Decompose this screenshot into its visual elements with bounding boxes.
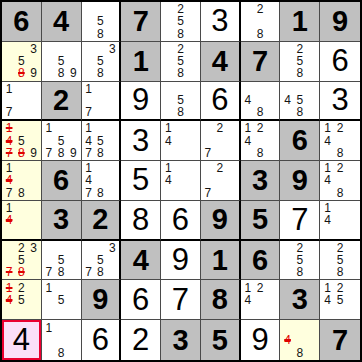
cell-r4c1[interactable]: 145789	[2, 121, 42, 161]
empty-mark-slot	[214, 187, 226, 199]
eliminated-candidate-4: 4	[3, 135, 15, 147]
cell-r6c6[interactable]: 9	[201, 201, 241, 241]
candidate-9: 9	[67, 147, 79, 159]
eliminated-candidate-8: 8	[15, 147, 27, 159]
given-digit: 2	[42, 82, 81, 120]
candidate-8: 8	[94, 28, 106, 40]
cell-r6c3[interactable]: 2	[82, 201, 122, 241]
cell-r6c7[interactable]: 5	[241, 201, 281, 241]
cell-r1c6[interactable]: 3	[201, 2, 241, 42]
empty-mark-slot	[254, 135, 266, 147]
empty-mark-slot	[94, 122, 106, 134]
empty-mark-slot	[321, 242, 334, 254]
empty-mark-slot	[306, 106, 318, 118]
empty-mark-slot	[106, 266, 118, 278]
empty-mark-slot	[3, 226, 15, 238]
entered-digit: 9	[241, 320, 280, 360]
empty-mark-slot	[83, 28, 95, 40]
empty-mark-slot	[266, 3, 278, 15]
given-digit: 9	[320, 2, 360, 41]
candidate-4: 4	[321, 174, 334, 186]
cell-r5c7[interactable]: 3	[241, 161, 281, 201]
cell-r2c9[interactable]: 6	[320, 42, 360, 82]
empty-mark-slot	[346, 122, 359, 134]
cell-r8c8[interactable]: 3	[280, 280, 320, 320]
empty-mark-slot	[28, 281, 40, 293]
empty-mark-slot	[346, 202, 359, 214]
cell-r4c7[interactable]: 1248	[241, 121, 281, 161]
entered-digit: 3	[201, 2, 239, 41]
empty-mark-slot	[334, 174, 347, 186]
candidate-8: 8	[334, 147, 347, 159]
given-digit: 4	[201, 42, 239, 81]
empty-mark-slot	[254, 15, 266, 27]
cell-r4c6[interactable]: 27	[201, 121, 241, 161]
pencil-marks: 258	[280, 241, 319, 280]
empty-mark-slot	[28, 135, 40, 147]
candidate-2: 2	[254, 281, 266, 293]
empty-mark-slot	[162, 15, 174, 27]
cell-r3c6[interactable]: 6	[201, 82, 241, 122]
cell-r9c3[interactable]: 6	[82, 320, 122, 360]
cell-r2c4[interactable]: 1	[121, 42, 161, 82]
empty-mark-slot	[43, 43, 55, 55]
empty-mark-slot	[187, 55, 199, 67]
pencil-marks: 17	[2, 82, 41, 120]
candidate-8: 8	[94, 187, 106, 199]
candidate-7: 7	[83, 187, 95, 199]
entered-digit: 3	[320, 82, 360, 120]
entered-digit: 6	[82, 320, 120, 360]
empty-mark-slot	[214, 135, 226, 147]
empty-mark-slot	[242, 15, 254, 27]
empty-mark-slot	[346, 266, 359, 278]
empty-mark-slot	[202, 162, 214, 174]
cell-r8c4[interactable]: 6	[121, 280, 161, 320]
pencil-marks: 3589	[2, 42, 41, 81]
empty-mark-slot	[15, 214, 27, 226]
given-digit: 8	[201, 280, 239, 319]
cell-r1c7[interactable]: 28	[241, 2, 281, 42]
empty-mark-slot	[28, 83, 40, 95]
empty-mark-slot	[187, 162, 199, 174]
cell-r7c7[interactable]: 6	[241, 241, 281, 281]
candidate-1: 1	[242, 281, 254, 293]
empty-mark-slot	[266, 94, 278, 106]
pencil-marks: 48	[280, 320, 319, 360]
cell-r1c8[interactable]: 1	[280, 2, 320, 42]
candidate-4: 4	[321, 135, 334, 147]
empty-mark-slot	[3, 55, 15, 67]
eliminated-candidate-7: 7	[3, 266, 15, 278]
empty-mark-slot	[187, 43, 199, 55]
empty-mark-slot	[266, 147, 278, 159]
candidate-2: 2	[334, 162, 347, 174]
cell-r9c8[interactable]: 48	[280, 320, 320, 360]
empty-mark-slot	[294, 334, 306, 347]
empty-mark-slot	[306, 334, 318, 347]
cell-r7c2[interactable]: 578	[42, 241, 82, 281]
candidate-5: 5	[94, 15, 106, 27]
cell-r8c7[interactable]: 124	[241, 280, 281, 320]
empty-mark-slot	[43, 135, 55, 147]
candidate-8: 8	[174, 67, 186, 79]
empty-mark-slot	[94, 162, 106, 174]
entered-digit: 6	[121, 280, 160, 319]
empty-mark-slot	[67, 135, 79, 147]
empty-mark-slot	[106, 95, 118, 107]
cell-r5c3[interactable]: 1478	[82, 161, 122, 201]
empty-mark-slot	[226, 135, 238, 147]
cell-r3c8[interactable]: 458	[280, 82, 320, 122]
cell-r7c5[interactable]: 9	[161, 241, 201, 281]
pencil-marks: 458	[280, 82, 319, 120]
cell-r9c2[interactable]: 18	[42, 320, 82, 360]
pencil-marks: 1245	[320, 280, 360, 319]
candidate-1: 1	[162, 122, 174, 134]
entered-digit: 7	[161, 280, 200, 319]
cell-r8c2[interactable]: 15	[42, 280, 82, 320]
cell-r7c8[interactable]: 258	[280, 241, 320, 281]
candidate-8: 8	[254, 28, 266, 40]
empty-mark-slot	[28, 162, 40, 174]
cell-r4c3[interactable]: 14578	[82, 121, 122, 161]
empty-mark-slot	[281, 55, 293, 67]
entered-digit: 7	[280, 201, 319, 239]
empty-mark-slot	[187, 106, 199, 118]
cell-r3c1[interactable]: 17	[2, 82, 42, 122]
pencil-marks: 578	[42, 241, 81, 280]
cell-r2c3[interactable]: 358	[82, 42, 122, 82]
given-digit: 3	[241, 161, 280, 200]
candidate-5: 5	[55, 294, 67, 306]
empty-mark-slot	[67, 346, 79, 359]
empty-mark-slot	[242, 3, 254, 15]
empty-mark-slot	[162, 55, 174, 67]
candidate-9: 9	[28, 147, 40, 159]
given-digit: 6	[280, 121, 319, 160]
eliminated-candidate-8: 8	[15, 266, 27, 278]
cell-r6c1[interactable]: 14	[2, 201, 42, 241]
cell-r8c6[interactable]: 8	[201, 280, 241, 320]
cell-r5c9[interactable]: 1248	[320, 161, 360, 201]
empty-mark-slot	[28, 306, 40, 318]
empty-mark-slot	[162, 187, 174, 199]
candidate-3: 3	[28, 242, 40, 254]
empty-mark-slot	[226, 187, 238, 199]
empty-mark-slot	[162, 3, 174, 15]
empty-mark-slot	[3, 242, 15, 254]
candidate-1: 1	[43, 321, 55, 334]
candidate-7: 7	[3, 187, 15, 199]
empty-mark-slot	[306, 254, 318, 266]
pencil-marks: 27	[201, 121, 239, 160]
empty-mark-slot	[306, 346, 318, 359]
sudoku-board: 6458725832819358958935812584725861721795…	[0, 0, 362, 362]
empty-mark-slot	[266, 15, 278, 27]
cell-r2c2[interactable]: 589	[42, 42, 82, 82]
empty-mark-slot	[187, 83, 199, 95]
empty-mark-slot	[266, 294, 278, 306]
cell-r7c4[interactable]: 4	[121, 241, 161, 281]
entered-digit: 2	[121, 320, 160, 360]
empty-mark-slot	[294, 321, 306, 334]
cell-r9c7[interactable]: 9	[241, 320, 281, 360]
pencil-marks: 15789	[42, 121, 81, 160]
empty-mark-slot	[28, 174, 40, 186]
empty-mark-slot	[306, 321, 318, 334]
empty-mark-slot	[226, 122, 238, 134]
candidate-3: 3	[106, 242, 118, 254]
pencil-marks: 58	[161, 82, 200, 120]
candidate-1: 1	[83, 83, 95, 95]
candidate-8: 8	[254, 147, 266, 159]
empty-mark-slot	[346, 147, 359, 159]
empty-mark-slot	[226, 174, 238, 186]
cell-r3c9[interactable]: 3	[320, 82, 360, 122]
entered-digit: 8	[121, 201, 160, 239]
cell-r4c4[interactable]: 3	[121, 121, 161, 161]
empty-mark-slot	[174, 162, 186, 174]
empty-mark-slot	[214, 174, 226, 186]
pencil-marks: 124	[241, 280, 280, 319]
cell-r1c3[interactable]: 58	[82, 2, 122, 42]
cell-r6c4[interactable]: 8	[121, 201, 161, 241]
pencil-marks: 1248	[241, 121, 280, 160]
given-digit: 6	[2, 2, 41, 41]
empty-mark-slot	[106, 3, 118, 15]
candidate-4: 4	[321, 294, 334, 306]
candidate-7: 7	[202, 187, 214, 199]
pencil-marks: 145789	[2, 121, 41, 160]
empty-mark-slot	[242, 147, 254, 159]
given-digit: 7	[121, 2, 160, 41]
candidate-5: 5	[15, 135, 27, 147]
cell-r1c4[interactable]: 7	[121, 2, 161, 42]
empty-mark-slot	[281, 43, 293, 55]
empty-mark-slot	[106, 83, 118, 95]
empty-mark-slot	[106, 162, 118, 174]
candidate-4: 4	[242, 94, 254, 106]
given-digit: 1	[201, 241, 239, 280]
eliminated-candidate-4: 4	[3, 294, 15, 306]
cell-r5c6[interactable]: 27	[201, 161, 241, 201]
empty-mark-slot	[214, 147, 226, 159]
empty-mark-slot	[67, 254, 79, 266]
cell-r2c7[interactable]: 7	[241, 42, 281, 82]
cell-r6c8[interactable]: 7	[280, 201, 320, 241]
empty-mark-slot	[106, 28, 118, 40]
empty-mark-slot	[266, 106, 278, 118]
candidate-4: 4	[162, 174, 174, 186]
cell-r3c7[interactable]: 48	[241, 82, 281, 122]
candidate-5: 5	[94, 135, 106, 147]
cell-r8c5[interactable]: 7	[161, 280, 201, 320]
empty-mark-slot	[266, 281, 278, 293]
pencil-marks: 15	[42, 280, 81, 319]
cell-r4c5[interactable]: 14	[161, 121, 201, 161]
cell-r3c3[interactable]: 17	[82, 82, 122, 122]
cell-r5c2[interactable]: 6	[42, 161, 82, 201]
pencil-marks: 358	[82, 42, 120, 81]
cell-r9c4[interactable]: 2	[121, 320, 161, 360]
cell-r2c6[interactable]: 4	[201, 42, 241, 82]
empty-mark-slot	[67, 321, 79, 334]
cell-r5c8[interactable]: 9	[280, 161, 320, 201]
empty-mark-slot	[55, 334, 67, 347]
empty-mark-slot	[55, 321, 67, 334]
empty-mark-slot	[187, 94, 199, 106]
empty-mark-slot	[346, 226, 359, 238]
candidate-1: 1	[43, 122, 55, 134]
cell-r9c5[interactable]: 3	[161, 320, 201, 360]
cell-r9c6[interactable]: 5	[201, 320, 241, 360]
candidate-8: 8	[174, 106, 186, 118]
pencil-marks: 258	[320, 241, 360, 280]
candidate-2: 2	[334, 281, 347, 293]
cell-r5c5[interactable]: 14	[161, 161, 201, 201]
empty-mark-slot	[174, 174, 186, 186]
empty-mark-slot	[321, 266, 334, 278]
empty-mark-slot	[162, 83, 174, 95]
cell-r2c5[interactable]: 258	[161, 42, 201, 82]
empty-mark-slot	[106, 187, 118, 199]
empty-mark-slot	[334, 306, 347, 318]
cell-r2c8[interactable]: 258	[280, 42, 320, 82]
empty-mark-slot	[162, 106, 174, 118]
empty-mark-slot	[321, 226, 334, 238]
empty-mark-slot	[306, 94, 318, 106]
cell-r6c9[interactable]: 14	[320, 201, 360, 241]
cell-r4c2[interactable]: 15789	[42, 121, 82, 161]
given-digit: 3	[161, 320, 200, 360]
cell-r3c4[interactable]: 9	[121, 82, 161, 122]
given-digit: 9	[280, 161, 319, 200]
given-digit: 9	[82, 280, 120, 319]
empty-mark-slot	[106, 122, 118, 134]
candidate-8: 8	[55, 147, 67, 159]
cell-r1c9[interactable]: 9	[320, 2, 360, 42]
empty-mark-slot	[162, 94, 174, 106]
empty-mark-slot	[202, 122, 214, 134]
cell-r6c5[interactable]: 6	[161, 201, 201, 241]
empty-mark-slot	[28, 226, 40, 238]
empty-mark-slot	[321, 306, 334, 318]
candidate-3: 3	[28, 43, 40, 55]
given-digit: 1	[280, 2, 319, 41]
empty-mark-slot	[174, 135, 186, 147]
empty-mark-slot	[106, 254, 118, 266]
cell-r5c4[interactable]: 5	[121, 161, 161, 201]
empty-mark-slot	[346, 214, 359, 226]
pencil-marks: 48	[241, 82, 280, 120]
cell-r4c9[interactable]: 1248	[320, 121, 360, 161]
cell-r2c1[interactable]: 3589	[2, 42, 42, 82]
given-digit: 9	[201, 201, 239, 239]
given-digit: 5	[241, 201, 280, 239]
empty-mark-slot	[281, 106, 293, 118]
empty-mark-slot	[67, 334, 79, 347]
candidate-1: 1	[321, 281, 334, 293]
cell-r3c5[interactable]: 58	[161, 82, 201, 122]
cell-r1c5[interactable]: 258	[161, 2, 201, 42]
empty-mark-slot	[174, 122, 186, 134]
candidate-8: 8	[334, 187, 347, 199]
cell-r7c3[interactable]: 3578	[82, 241, 122, 281]
pencil-marks: 1478	[82, 161, 120, 200]
empty-mark-slot	[15, 95, 27, 107]
candidate-5: 5	[55, 135, 67, 147]
candidate-4: 4	[83, 174, 95, 186]
candidate-2: 2	[334, 122, 347, 134]
empty-mark-slot	[83, 242, 95, 254]
candidate-2: 2	[254, 3, 266, 15]
empty-mark-slot	[94, 106, 106, 118]
entered-digit: 6	[161, 201, 200, 239]
cell-r3c2[interactable]: 2	[42, 82, 82, 122]
empty-mark-slot	[83, 55, 95, 67]
cell-r8c3[interactable]: 9	[82, 280, 122, 320]
cell-r1c1[interactable]: 6	[2, 2, 42, 42]
empty-mark-slot	[43, 242, 55, 254]
pencil-marks: 14	[161, 161, 200, 200]
empty-mark-slot	[28, 254, 40, 266]
cell-r7c9[interactable]: 258	[320, 241, 360, 281]
cell-r6c2[interactable]: 3	[42, 201, 82, 241]
pencil-marks: 14578	[82, 121, 120, 160]
candidate-7: 7	[3, 106, 15, 118]
cell-r7c6[interactable]: 1	[201, 241, 241, 281]
candidate-8: 8	[254, 106, 266, 118]
cell-r1c2[interactable]: 4	[42, 2, 82, 42]
empty-mark-slot	[15, 202, 27, 214]
cell-r7c1[interactable]: 23578	[2, 241, 42, 281]
cell-r5c1[interactable]: 1478	[2, 161, 42, 201]
cell-r9c1[interactable]: 4	[2, 320, 42, 360]
candidate-1: 1	[43, 281, 55, 293]
empty-mark-slot	[242, 28, 254, 40]
cell-r8c9[interactable]: 1245	[320, 280, 360, 320]
empty-mark-slot	[15, 122, 27, 134]
given-digit: 6	[241, 241, 280, 280]
given-digit: 4	[42, 2, 81, 41]
empty-mark-slot	[15, 162, 27, 174]
candidate-7: 7	[43, 147, 55, 159]
candidate-7: 7	[83, 147, 95, 159]
candidate-5: 5	[174, 15, 186, 27]
empty-mark-slot	[254, 306, 266, 318]
empty-mark-slot	[162, 67, 174, 79]
cell-r4c8[interactable]: 6	[280, 121, 320, 161]
empty-mark-slot	[187, 28, 199, 40]
candidate-4: 4	[242, 294, 254, 306]
empty-mark-slot	[187, 147, 199, 159]
eliminated-candidate-4: 4	[281, 334, 293, 347]
pencil-marks: 27	[201, 161, 239, 200]
empty-mark-slot	[346, 281, 359, 293]
empty-mark-slot	[306, 67, 318, 79]
empty-mark-slot	[334, 135, 347, 147]
empty-mark-slot	[43, 55, 55, 67]
empty-mark-slot	[28, 266, 40, 278]
empty-mark-slot	[266, 135, 278, 147]
empty-mark-slot	[281, 67, 293, 79]
cell-r9c9[interactable]: 7	[320, 320, 360, 360]
empty-mark-slot	[3, 306, 15, 318]
given-digit: 2	[82, 201, 120, 239]
cell-r8c1[interactable]: 1245	[2, 280, 42, 320]
candidate-8: 8	[294, 106, 306, 118]
